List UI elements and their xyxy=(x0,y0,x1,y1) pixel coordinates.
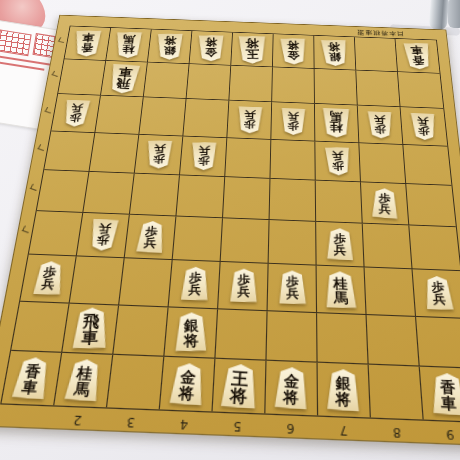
square-f4-r6[interactable] xyxy=(173,217,223,263)
square-f4-r5[interactable] xyxy=(176,175,225,218)
chair-leg xyxy=(448,0,460,28)
shogi-piece-歩兵-far[interactable]: 歩兵 xyxy=(88,219,119,251)
square-f6-r1[interactable]: 金将 xyxy=(273,34,315,69)
shogi-piece-香車-near[interactable]: 香車 xyxy=(430,372,460,415)
square-f2-r9[interactable]: 桂馬 xyxy=(54,353,113,408)
shogi-piece-銀将-far[interactable]: 銀将 xyxy=(321,39,348,66)
shogi-piece-桂馬-near[interactable]: 桂馬 xyxy=(64,359,102,401)
square-f2-r1[interactable]: 桂馬 xyxy=(106,28,152,63)
shogi-piece-金将-near[interactable]: 金将 xyxy=(169,363,205,405)
shogi-piece-香車-far[interactable]: 香車 xyxy=(403,42,431,69)
square-f3-r1[interactable]: 銀将 xyxy=(148,29,193,64)
square-f2-r3[interactable] xyxy=(95,96,143,135)
rank-mark xyxy=(58,37,66,43)
square-f4-r9[interactable]: 金将 xyxy=(160,357,216,412)
square-f7-r2[interactable] xyxy=(315,69,358,106)
square-f3-r7[interactable] xyxy=(119,259,172,307)
square-f8-r7[interactable] xyxy=(365,268,416,317)
square-f5-r2[interactable] xyxy=(229,66,273,103)
square-f2-r2[interactable]: 飛車 xyxy=(101,61,148,98)
square-f9-r7[interactable]: 歩兵 xyxy=(413,270,460,319)
square-f8-r4[interactable] xyxy=(359,143,406,184)
square-f9-r9[interactable]: 香車 xyxy=(420,366,460,421)
square-f6-r4[interactable] xyxy=(270,140,315,181)
file-label-6: 6 xyxy=(279,420,302,437)
square-f8-r8[interactable] xyxy=(367,315,420,367)
shogi-piece-飛車-near[interactable]: 飛車 xyxy=(71,307,110,349)
square-f9-r5[interactable] xyxy=(406,184,456,227)
shogi-piece-金将-far[interactable]: 金将 xyxy=(280,38,306,65)
square-f6-r9[interactable]: 金将 xyxy=(265,360,318,415)
file-label-9: 9 xyxy=(438,426,460,443)
square-f3-r9[interactable] xyxy=(107,355,164,410)
shogi-piece-歩兵-near[interactable]: 歩兵 xyxy=(32,261,65,295)
square-f6-r5[interactable] xyxy=(270,179,317,222)
square-f8-r2[interactable] xyxy=(356,71,400,108)
rank-mark xyxy=(52,71,60,77)
square-f3-r6[interactable]: 歩兵 xyxy=(125,215,177,261)
square-f9-r8[interactable] xyxy=(416,316,460,368)
shogi-piece-歩兵-far[interactable]: 歩兵 xyxy=(280,108,305,135)
square-f9-r6[interactable] xyxy=(409,226,460,272)
square-f9-r1[interactable]: 香車 xyxy=(395,39,439,74)
shogi-piece-飛車-far[interactable]: 飛車 xyxy=(108,64,140,94)
shogi-piece-歩兵-far[interactable]: 歩兵 xyxy=(367,111,393,138)
shogi-piece-香車-near[interactable]: 香車 xyxy=(12,357,52,399)
file-label-3: 3 xyxy=(118,414,143,430)
square-f6-r2[interactable] xyxy=(272,67,315,104)
shogi-piece-金将-near[interactable]: 金将 xyxy=(275,366,308,409)
shogi-piece-歩兵-far[interactable]: 歩兵 xyxy=(237,106,263,133)
shogi-piece-銀将-near[interactable]: 銀将 xyxy=(174,312,208,352)
square-f3-r5[interactable] xyxy=(130,173,180,216)
square-f6-r8[interactable] xyxy=(267,311,318,363)
shogi-piece-王将-near[interactable]: 王将 xyxy=(221,363,258,408)
shogi-piece-歩兵-far[interactable]: 歩兵 xyxy=(324,147,350,176)
square-f1-r5[interactable] xyxy=(37,170,90,213)
square-f6-r6[interactable] xyxy=(269,220,317,266)
shogi-piece-歩兵-near[interactable]: 歩兵 xyxy=(179,267,209,301)
shogi-piece-金将-far[interactable]: 金将 xyxy=(197,35,225,62)
square-f7-r9[interactable]: 銀将 xyxy=(318,362,371,417)
square-f2-r4[interactable] xyxy=(89,133,139,174)
square-f4-r7[interactable]: 歩兵 xyxy=(169,260,221,308)
square-f9-r4[interactable] xyxy=(403,145,451,186)
square-f7-r8[interactable] xyxy=(317,313,369,365)
file-label-8: 8 xyxy=(385,424,409,441)
square-f6-r7[interactable]: 歩兵 xyxy=(268,264,317,313)
rank-mark xyxy=(22,226,31,234)
shogi-piece-歩兵-far[interactable]: 歩兵 xyxy=(145,140,173,169)
shogi-piece-桂馬-near[interactable]: 桂馬 xyxy=(325,271,357,309)
square-f7-r4[interactable]: 歩兵 xyxy=(315,141,361,182)
shogi-piece-歩兵-near[interactable]: 歩兵 xyxy=(371,188,399,219)
shogi-piece-歩兵-far[interactable]: 歩兵 xyxy=(410,113,437,140)
square-f9-r3[interactable]: 歩兵 xyxy=(401,107,448,146)
shogi-piece-歩兵-far[interactable]: 歩兵 xyxy=(190,142,217,171)
square-f8-r9[interactable] xyxy=(369,364,424,419)
square-f4-r8[interactable]: 銀将 xyxy=(164,307,218,359)
photo-frame: 日本将棋連盟 香車桂馬銀将金将玉将金将銀将香車飛車歩兵歩兵歩兵桂馬歩兵歩兵歩兵歩… xyxy=(0,0,460,460)
shogi-piece-桂馬-far[interactable]: 桂馬 xyxy=(322,108,350,138)
square-f2-r5[interactable] xyxy=(83,172,134,215)
shogi-piece-歩兵-near[interactable]: 歩兵 xyxy=(424,276,455,311)
square-f6-r3[interactable]: 歩兵 xyxy=(271,103,315,142)
rank-mark xyxy=(45,107,54,113)
shogi-piece-桂馬-far[interactable]: 桂馬 xyxy=(114,31,143,58)
square-f7-r5[interactable] xyxy=(316,180,363,223)
shogi-piece-銀将-near[interactable]: 銀将 xyxy=(327,368,361,411)
square-f2-r8[interactable]: 飛車 xyxy=(62,303,119,354)
square-f7-r1[interactable]: 銀将 xyxy=(314,36,356,71)
file-label-7: 7 xyxy=(332,422,356,439)
square-f5-r5[interactable] xyxy=(223,177,270,220)
square-f5-r7[interactable]: 歩兵 xyxy=(218,262,268,311)
square-f8-r5[interactable]: 歩兵 xyxy=(361,182,409,225)
square-f5-r1[interactable]: 玉将 xyxy=(231,33,273,68)
file-label-4: 4 xyxy=(172,416,196,433)
shogi-board: 日本将棋連盟 香車桂馬銀将金将玉将金将銀将香車飛車歩兵歩兵歩兵桂馬歩兵歩兵歩兵歩… xyxy=(0,15,460,447)
shogi-piece-歩兵-near[interactable]: 歩兵 xyxy=(229,269,258,303)
file-label-5: 5 xyxy=(225,418,249,435)
card-diagram xyxy=(0,29,32,56)
shogi-piece-歩兵-near[interactable]: 歩兵 xyxy=(278,270,306,304)
rank-mark xyxy=(38,144,47,151)
square-f4-r3[interactable] xyxy=(183,99,229,138)
square-f1-r9[interactable]: 香車 xyxy=(2,351,63,406)
square-f7-r7[interactable]: 桂馬 xyxy=(317,266,367,315)
square-f1-r1[interactable]: 香車 xyxy=(64,26,111,61)
square-f7-r6[interactable]: 歩兵 xyxy=(316,222,364,268)
square-f2-r6[interactable]: 歩兵 xyxy=(77,213,130,259)
square-f4-r2[interactable] xyxy=(186,64,231,101)
square-f4-r1[interactable]: 金将 xyxy=(189,31,232,66)
square-f8-r3[interactable]: 歩兵 xyxy=(358,106,404,145)
square-f3-r3[interactable] xyxy=(139,98,186,137)
shogi-piece-歩兵-near[interactable]: 歩兵 xyxy=(326,228,354,260)
shogi-piece-銀将-far[interactable]: 銀将 xyxy=(156,33,185,60)
square-f1-r3[interactable]: 歩兵 xyxy=(51,94,101,132)
square-f1-r7[interactable]: 歩兵 xyxy=(20,255,76,303)
chair-leg xyxy=(429,0,449,31)
square-f8-r6[interactable] xyxy=(363,224,413,270)
square-f4-r4[interactable]: 歩兵 xyxy=(180,136,227,177)
square-f7-r3[interactable]: 桂馬 xyxy=(315,104,359,143)
square-f2-r7[interactable] xyxy=(70,257,125,305)
square-f9-r2[interactable] xyxy=(398,72,443,109)
file-label-2: 2 xyxy=(65,412,90,428)
square-f1-r4[interactable] xyxy=(44,131,95,172)
square-f5-r6[interactable] xyxy=(221,218,270,264)
shogi-piece-歩兵-near[interactable]: 歩兵 xyxy=(135,221,165,253)
square-f1-r6[interactable] xyxy=(29,211,84,257)
shogi-piece-香車-far[interactable]: 香車 xyxy=(72,30,102,57)
square-f1-r8[interactable] xyxy=(11,301,70,352)
square-f1-r2[interactable] xyxy=(58,59,106,96)
square-f8-r1[interactable] xyxy=(355,37,398,72)
shogi-piece-玉将-far[interactable]: 玉将 xyxy=(238,35,267,63)
square-f5-r4[interactable] xyxy=(225,138,271,179)
shogi-piece-歩兵-far[interactable]: 歩兵 xyxy=(61,99,90,126)
board-grid: 香車桂馬銀将金将玉将金将銀将香車飛車歩兵歩兵歩兵桂馬歩兵歩兵歩兵歩兵歩兵歩兵歩兵… xyxy=(0,26,460,423)
square-f3-r8[interactable] xyxy=(113,305,168,356)
square-f5-r8[interactable] xyxy=(215,309,267,361)
square-f5-r3[interactable]: 歩兵 xyxy=(227,101,272,140)
square-f5-r9[interactable]: 王将 xyxy=(213,359,267,414)
square-f3-r2[interactable] xyxy=(144,63,190,100)
rank-mark xyxy=(30,184,39,191)
square-f3-r4[interactable]: 歩兵 xyxy=(135,134,184,175)
